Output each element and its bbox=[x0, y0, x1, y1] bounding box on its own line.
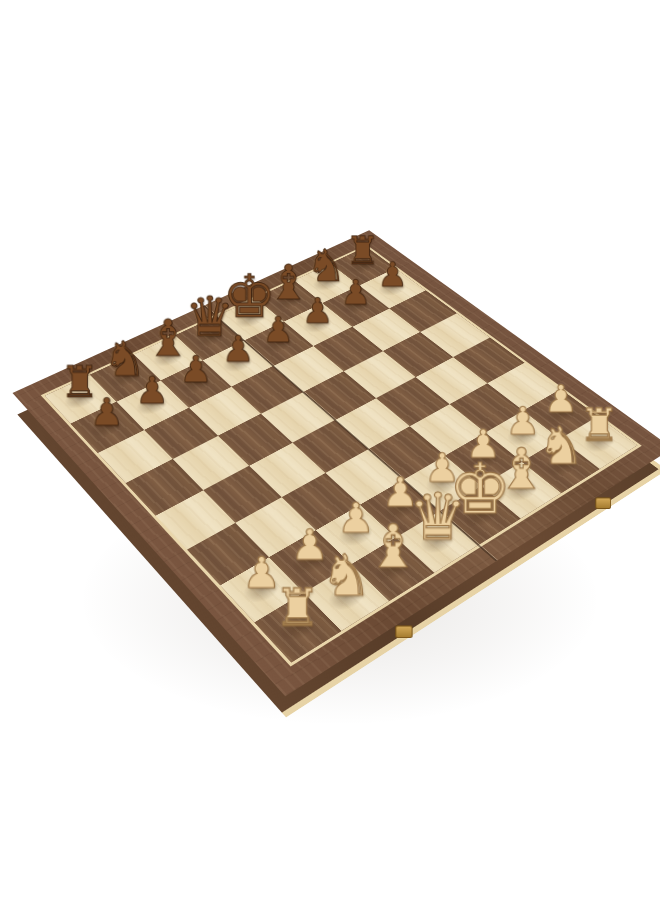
dark-pawn-g7[interactable]: ♟ bbox=[340, 275, 371, 309]
dark-pawn-h7[interactable]: ♟ bbox=[377, 258, 407, 292]
dark-pawn-f7[interactable]: ♟ bbox=[302, 293, 333, 328]
board-caption: Wooden folding chess set, starting posit… bbox=[0, 0, 1, 1]
dark-pawn-a7[interactable]: ♟ bbox=[90, 393, 124, 431]
light-bishop-c1[interactable]: ♝ bbox=[366, 516, 419, 576]
light-rook-a1[interactable]: ♜ bbox=[275, 582, 321, 634]
dark-pawn-d7[interactable]: ♟ bbox=[222, 331, 254, 367]
dark-pawn-e7[interactable]: ♟ bbox=[262, 312, 294, 348]
dark-pawn-b7[interactable]: ♟ bbox=[135, 372, 169, 410]
light-knight-b1[interactable]: ♞ bbox=[320, 547, 371, 604]
light-pawn-h2[interactable]: ♟ bbox=[543, 380, 577, 418]
brass-clasp-icon bbox=[595, 497, 611, 509]
light-pawn-g2[interactable]: ♟ bbox=[505, 402, 540, 440]
dark-pawn-c7[interactable]: ♟ bbox=[179, 351, 212, 388]
brass-clasp-icon bbox=[395, 626, 413, 639]
light-rook-h1[interactable]: ♜ bbox=[579, 403, 619, 448]
dark-rook-h8[interactable]: ♜ bbox=[346, 232, 380, 270]
product-photo-stage: ♜♞♝♛♚♝♞♜♟♟♟♟♟♟♟♟♟♟♟♟♟♟♟♟♜♞♝♛♚♝♞♜ Wooden … bbox=[0, 0, 660, 900]
